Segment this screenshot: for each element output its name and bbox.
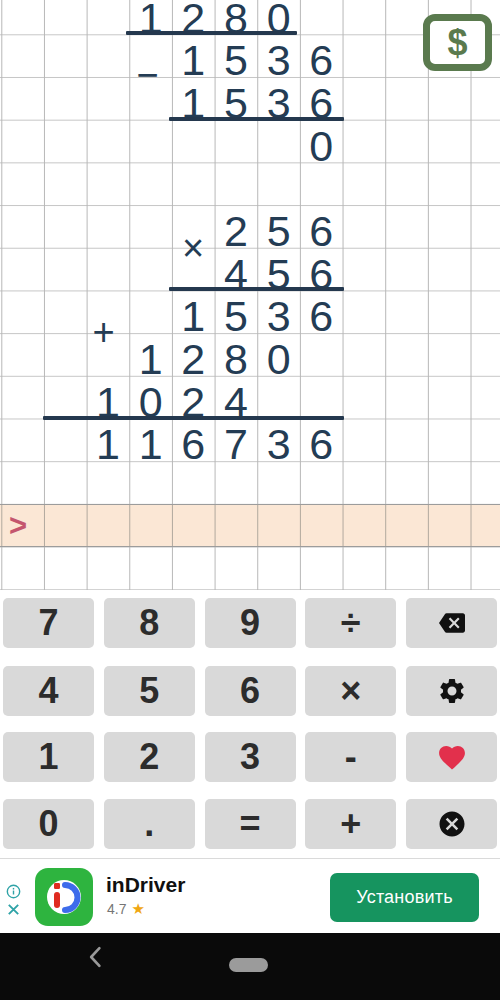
star-icon: ★: [131, 902, 144, 916]
heart-icon[interactable]: [406, 732, 497, 782]
operator-sign: +: [92, 311, 114, 354]
adchoices-controls: [6, 884, 22, 917]
worksheet-grid: 1280153615360256456153612801024116736−×+…: [0, 0, 500, 590]
key-÷[interactable]: ÷: [305, 598, 396, 648]
ad-info-icon[interactable]: [6, 884, 21, 899]
indriver-logo-icon[interactable]: [35, 868, 93, 926]
settings-icon[interactable]: [406, 666, 497, 716]
ad-close-icon[interactable]: [6, 902, 21, 917]
key-7[interactable]: 7: [3, 598, 94, 648]
result-underline: [43, 416, 344, 420]
keypad-row: 789÷: [3, 598, 497, 648]
currency-reward-badge[interactable]: $: [423, 14, 492, 71]
board-digit: 1: [87, 423, 130, 466]
board-digit: 5: [215, 295, 258, 338]
key-×[interactable]: ×: [305, 666, 396, 716]
board-digit: 6: [300, 295, 343, 338]
board-digit: 6: [172, 423, 215, 466]
board-digit: 3: [257, 423, 300, 466]
keypad-row: 456×: [3, 666, 497, 716]
ad-rating-value: 4.7: [107, 901, 126, 917]
operator-sign: −: [136, 54, 158, 97]
result-underline: [169, 117, 344, 121]
key-4[interactable]: 4: [3, 666, 94, 716]
board-digit: 5: [215, 39, 258, 82]
board-digit: 7: [215, 423, 258, 466]
home-pill[interactable]: [229, 958, 268, 972]
board-digit: 2: [215, 210, 258, 253]
board-digit: 6: [300, 210, 343, 253]
key-+[interactable]: +: [305, 799, 396, 849]
board-digit: 1: [172, 295, 215, 338]
system-navbar: [0, 933, 500, 1000]
ad-app-name[interactable]: inDriver: [106, 873, 185, 897]
operator-sign: ×: [182, 226, 204, 269]
board-digit: 3: [257, 39, 300, 82]
key-6[interactable]: 6: [205, 666, 296, 716]
board-digit: 1: [129, 423, 172, 466]
result-underline: [169, 287, 344, 291]
ad-banner: inDriver 4.7 ★ Установить: [0, 858, 500, 933]
key-=[interactable]: =: [205, 799, 296, 849]
install-button[interactable]: Установить: [330, 873, 479, 922]
close-icon[interactable]: [406, 799, 497, 849]
key-.[interactable]: .: [104, 799, 195, 849]
ad-rating: 4.7 ★: [107, 901, 145, 917]
dollar-icon: $: [447, 25, 467, 61]
key-3[interactable]: 3: [205, 732, 296, 782]
board-digit: 1: [172, 39, 215, 82]
board-digit: 8: [215, 338, 258, 381]
key--[interactable]: -: [305, 732, 396, 782]
key-0[interactable]: 0: [3, 799, 94, 849]
key-8[interactable]: 8: [104, 598, 195, 648]
key-2[interactable]: 2: [104, 732, 195, 782]
board-digit: 3: [257, 295, 300, 338]
answer-input-row[interactable]: >: [0, 504, 500, 547]
board-digit: 0: [300, 125, 343, 168]
app-screen: 1280153615360256456153612801024116736−×+…: [0, 0, 500, 1000]
board-digit: 2: [172, 338, 215, 381]
board-digit: 1: [129, 338, 172, 381]
key-9[interactable]: 9: [205, 598, 296, 648]
keypad-row: 0.=+: [3, 799, 497, 849]
key-5[interactable]: 5: [104, 666, 195, 716]
result-underline: [126, 31, 297, 35]
back-icon[interactable]: [88, 946, 102, 968]
board-digit: 0: [257, 338, 300, 381]
board-digit: 5: [257, 210, 300, 253]
keypad-row: 123-: [3, 732, 497, 782]
board-digit: 6: [300, 423, 343, 466]
backspace-icon[interactable]: [406, 598, 497, 648]
key-1[interactable]: 1: [3, 732, 94, 782]
input-prompt: >: [9, 508, 27, 544]
board-digit: 6: [300, 39, 343, 82]
